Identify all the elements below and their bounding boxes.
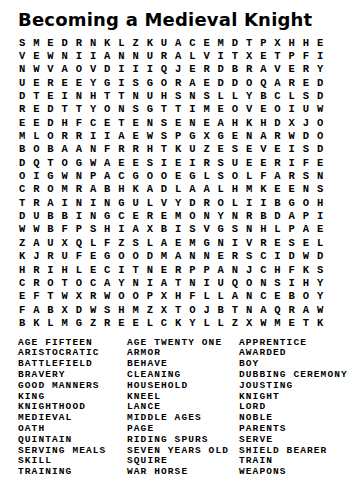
grid-cell[interactable]: A xyxy=(185,76,199,89)
grid-cell[interactable]: F xyxy=(256,169,270,182)
grid-cell[interactable]: H xyxy=(299,276,313,289)
grid-cell[interactable]: H xyxy=(157,89,171,102)
grid-cell[interactable]: C xyxy=(256,290,270,303)
grid-cell[interactable]: M xyxy=(157,250,171,263)
grid-cell[interactable]: C xyxy=(185,36,199,49)
grid-cell[interactable]: H xyxy=(228,183,242,196)
grid-cell[interactable]: L xyxy=(214,89,228,102)
grid-cell[interactable]: R xyxy=(43,76,57,89)
grid-cell[interactable]: E xyxy=(199,116,213,129)
grid-cell[interactable]: A xyxy=(157,236,171,249)
grid-cell[interactable]: T xyxy=(29,89,43,102)
grid-cell[interactable]: D xyxy=(100,63,114,76)
grid-cell[interactable]: I xyxy=(43,263,57,276)
grid-cell[interactable]: E xyxy=(242,156,256,169)
grid-cell[interactable]: V xyxy=(270,63,284,76)
grid-cell[interactable]: N xyxy=(242,129,256,142)
grid-cell[interactable]: U xyxy=(214,276,228,289)
grid-cell[interactable]: R xyxy=(270,156,284,169)
grid-cell[interactable]: L xyxy=(285,89,299,102)
grid-cell[interactable]: B xyxy=(285,290,299,303)
grid-cell[interactable]: O xyxy=(43,129,57,142)
grid-cell[interactable]: F xyxy=(29,290,43,303)
grid-cell[interactable]: T xyxy=(58,103,72,116)
grid-cell[interactable]: I xyxy=(129,63,143,76)
grid-cell[interactable]: S xyxy=(299,143,313,156)
grid-cell[interactable]: A xyxy=(100,49,114,62)
grid-cell[interactable]: I xyxy=(86,196,100,209)
grid-cell[interactable]: U xyxy=(157,36,171,49)
grid-cell[interactable]: A xyxy=(86,183,100,196)
grid-cell[interactable]: R xyxy=(114,143,128,156)
grid-cell[interactable]: R xyxy=(58,129,72,142)
grid-cell[interactable]: A xyxy=(171,250,185,263)
grid-cell[interactable]: E xyxy=(15,290,29,303)
grid-cell[interactable]: S xyxy=(129,236,143,249)
grid-cell[interactable]: E xyxy=(214,143,228,156)
grid-cell[interactable]: Y xyxy=(114,276,128,289)
grid-cell[interactable]: T xyxy=(43,156,57,169)
grid-cell[interactable]: S xyxy=(299,169,313,182)
grid-cell[interactable]: H xyxy=(143,143,157,156)
grid-cell[interactable]: X xyxy=(285,116,299,129)
grid-cell[interactable]: H xyxy=(15,263,29,276)
grid-cell[interactable]: L xyxy=(214,183,228,196)
grid-cell[interactable]: K xyxy=(143,36,157,49)
grid-cell[interactable]: I xyxy=(242,196,256,209)
grid-cell[interactable]: L xyxy=(199,316,213,329)
grid-cell[interactable]: T xyxy=(270,49,284,62)
grid-cell[interactable]: O xyxy=(313,116,327,129)
grid-cell[interactable]: C xyxy=(256,250,270,263)
grid-cell[interactable]: E xyxy=(29,49,43,62)
grid-cell[interactable]: O xyxy=(157,169,171,182)
grid-cell[interactable]: R xyxy=(285,76,299,89)
grid-cell[interactable]: G xyxy=(100,76,114,89)
grid-cell[interactable]: U xyxy=(143,89,157,102)
grid-cell[interactable]: H xyxy=(228,116,242,129)
grid-cell[interactable]: I xyxy=(72,209,86,222)
grid-cell[interactable]: G xyxy=(143,76,157,89)
grid-cell[interactable]: U xyxy=(29,209,43,222)
grid-cell[interactable]: R xyxy=(228,250,242,263)
grid-cell[interactable]: G xyxy=(114,196,128,209)
grid-cell[interactable]: B xyxy=(43,303,57,316)
grid-cell[interactable]: E xyxy=(43,89,57,102)
grid-cell[interactable]: L xyxy=(43,316,57,329)
grid-cell[interactable]: G xyxy=(185,129,199,142)
grid-cell[interactable]: X xyxy=(157,303,171,316)
grid-cell[interactable]: Y xyxy=(171,196,185,209)
grid-cell[interactable]: R xyxy=(143,209,157,222)
grid-cell[interactable]: A xyxy=(100,276,114,289)
grid-cell[interactable]: Y xyxy=(214,209,228,222)
grid-cell[interactable]: H xyxy=(256,223,270,236)
grid-cell[interactable]: T xyxy=(100,89,114,102)
grid-cell[interactable]: W xyxy=(256,316,270,329)
grid-cell[interactable]: R xyxy=(15,103,29,116)
grid-cell[interactable]: I xyxy=(29,169,43,182)
grid-cell[interactable]: D xyxy=(15,209,29,222)
grid-cell[interactable]: A xyxy=(100,156,114,169)
grid-cell[interactable]: O xyxy=(157,76,171,89)
grid-cell[interactable]: I xyxy=(185,103,199,116)
grid-cell[interactable]: J xyxy=(242,263,256,276)
grid-cell[interactable]: O xyxy=(29,143,43,156)
grid-cell[interactable]: L xyxy=(313,236,327,249)
grid-cell[interactable]: N xyxy=(72,169,86,182)
grid-cell[interactable]: V xyxy=(242,236,256,249)
grid-cell[interactable]: G xyxy=(214,223,228,236)
grid-cell[interactable]: S xyxy=(171,89,185,102)
grid-cell[interactable]: E xyxy=(242,143,256,156)
grid-cell[interactable]: E xyxy=(299,76,313,89)
grid-cell[interactable]: Y xyxy=(86,103,100,116)
grid-cell[interactable]: Y xyxy=(313,276,327,289)
grid-cell[interactable]: O xyxy=(270,103,284,116)
grid-cell[interactable]: A xyxy=(171,36,185,49)
grid-cell[interactable]: A xyxy=(29,303,43,316)
grid-cell[interactable]: D xyxy=(285,250,299,263)
grid-cell[interactable]: I xyxy=(114,63,128,76)
grid-cell[interactable]: X xyxy=(58,236,72,249)
grid-cell[interactable]: N xyxy=(114,49,128,62)
grid-cell[interactable]: L xyxy=(214,316,228,329)
grid-cell[interactable]: O xyxy=(58,156,72,169)
grid-cell[interactable]: Z xyxy=(228,316,242,329)
grid-cell[interactable]: F xyxy=(285,263,299,276)
grid-cell[interactable]: A xyxy=(29,236,43,249)
grid-cell[interactable]: I xyxy=(185,156,199,169)
grid-cell[interactable]: O xyxy=(129,290,143,303)
grid-cell[interactable]: Q xyxy=(29,156,43,169)
grid-cell[interactable]: I xyxy=(270,250,284,263)
grid-cell[interactable]: M xyxy=(199,103,213,116)
grid-cell[interactable]: E xyxy=(114,316,128,329)
grid-cell[interactable]: L xyxy=(199,169,213,182)
grid-cell[interactable]: E xyxy=(157,209,171,222)
grid-cell[interactable]: I xyxy=(313,209,327,222)
grid-cell[interactable]: E xyxy=(299,236,313,249)
grid-cell[interactable]: O xyxy=(242,76,256,89)
grid-cell[interactable]: J xyxy=(29,250,43,263)
grid-cell[interactable]: W xyxy=(86,303,100,316)
grid-cell[interactable]: G xyxy=(43,169,57,182)
grid-cell[interactable]: N xyxy=(129,276,143,289)
grid-cell[interactable]: F xyxy=(299,156,313,169)
grid-cell[interactable]: A xyxy=(171,49,185,62)
grid-cell[interactable]: S xyxy=(86,223,100,236)
grid-cell[interactable]: R xyxy=(242,209,256,222)
grid-cell[interactable]: T xyxy=(171,276,185,289)
grid-cell[interactable]: E xyxy=(256,103,270,116)
grid-cell[interactable]: E xyxy=(171,116,185,129)
grid-cell[interactable]: E xyxy=(86,250,100,263)
grid-cell[interactable]: S xyxy=(214,169,228,182)
grid-cell[interactable]: R xyxy=(100,316,114,329)
grid-cell[interactable]: D xyxy=(313,143,327,156)
grid-cell[interactable]: K xyxy=(171,316,185,329)
grid-cell[interactable]: A xyxy=(270,169,284,182)
grid-cell[interactable]: N xyxy=(299,183,313,196)
grid-cell[interactable]: N xyxy=(228,209,242,222)
grid-cell[interactable]: N xyxy=(242,303,256,316)
grid-cell[interactable]: B xyxy=(15,143,29,156)
grid-cell[interactable]: P xyxy=(143,290,157,303)
grid-cell[interactable]: A xyxy=(43,196,57,209)
grid-cell[interactable]: X xyxy=(72,290,86,303)
grid-cell[interactable]: E xyxy=(285,183,299,196)
grid-cell[interactable]: I xyxy=(114,76,128,89)
grid-cell[interactable]: K xyxy=(129,183,143,196)
grid-cell[interactable]: E xyxy=(43,36,57,49)
grid-cell[interactable]: L xyxy=(228,196,242,209)
grid-cell[interactable]: E xyxy=(228,129,242,142)
grid-cell[interactable]: C xyxy=(86,276,100,289)
grid-cell[interactable]: S xyxy=(270,276,284,289)
grid-cell[interactable]: D xyxy=(313,89,327,102)
grid-cell[interactable]: G xyxy=(72,316,86,329)
grid-cell[interactable]: S xyxy=(129,103,143,116)
grid-cell[interactable]: D xyxy=(43,116,57,129)
grid-cell[interactable]: F xyxy=(15,303,29,316)
grid-cell[interactable]: R xyxy=(29,183,43,196)
grid-cell[interactable]: A xyxy=(185,183,199,196)
grid-cell[interactable]: O xyxy=(72,276,86,289)
grid-cell[interactable]: E xyxy=(313,156,327,169)
grid-cell[interactable]: W xyxy=(29,63,43,76)
grid-cell[interactable]: M xyxy=(15,129,29,142)
grid-cell[interactable]: A xyxy=(299,223,313,236)
grid-cell[interactable]: R xyxy=(171,263,185,276)
grid-cell[interactable]: O xyxy=(72,63,86,76)
grid-cell[interactable]: S xyxy=(157,116,171,129)
grid-cell[interactable]: Z xyxy=(143,303,157,316)
grid-cell[interactable]: H xyxy=(86,89,100,102)
grid-cell[interactable]: I xyxy=(114,263,128,276)
grid-cell[interactable]: M xyxy=(242,183,256,196)
grid-cell[interactable]: I xyxy=(114,223,128,236)
grid-cell[interactable]: M xyxy=(129,303,143,316)
grid-cell[interactable]: S xyxy=(214,156,228,169)
grid-cell[interactable]: B xyxy=(270,196,284,209)
grid-cell[interactable]: E xyxy=(199,76,213,89)
grid-cell[interactable]: V xyxy=(43,63,57,76)
grid-cell[interactable]: R xyxy=(86,290,100,303)
grid-cell[interactable]: B xyxy=(43,223,57,236)
grid-cell[interactable]: S xyxy=(228,143,242,156)
grid-cell[interactable]: A xyxy=(256,303,270,316)
grid-cell[interactable]: S xyxy=(15,36,29,49)
grid-cell[interactable]: N xyxy=(185,116,199,129)
grid-cell[interactable]: E xyxy=(285,316,299,329)
grid-cell[interactable]: U xyxy=(58,250,72,263)
grid-cell[interactable]: T xyxy=(114,89,128,102)
grid-cell[interactable]: R xyxy=(29,276,43,289)
grid-cell[interactable]: D xyxy=(15,156,29,169)
grid-cell[interactable]: D xyxy=(228,76,242,89)
grid-cell[interactable]: P xyxy=(285,223,299,236)
grid-cell[interactable]: T xyxy=(157,103,171,116)
grid-cell[interactable]: I xyxy=(58,89,72,102)
grid-cell[interactable]: G xyxy=(199,236,213,249)
grid-cell[interactable]: L xyxy=(29,129,43,142)
grid-cell[interactable]: W xyxy=(143,129,157,142)
grid-cell[interactable]: A xyxy=(129,223,143,236)
grid-cell[interactable]: E xyxy=(171,169,185,182)
grid-cell[interactable]: U xyxy=(143,49,157,62)
grid-cell[interactable]: I xyxy=(143,276,157,289)
grid-cell[interactable]: T xyxy=(43,290,57,303)
grid-cell[interactable]: A xyxy=(285,209,299,222)
grid-cell[interactable]: Z xyxy=(114,236,128,249)
grid-cell[interactable]: D xyxy=(313,250,327,263)
grid-cell[interactable]: N xyxy=(185,276,199,289)
grid-cell[interactable]: V xyxy=(199,49,213,62)
grid-cell[interactable]: R xyxy=(299,63,313,76)
grid-cell[interactable]: C xyxy=(270,89,284,102)
grid-cell[interactable]: E xyxy=(313,223,327,236)
grid-cell[interactable]: C xyxy=(15,183,29,196)
grid-cell[interactable]: R xyxy=(29,196,43,209)
grid-cell[interactable]: N xyxy=(199,209,213,222)
grid-cell[interactable]: A xyxy=(228,290,242,303)
grid-cell[interactable]: R xyxy=(242,63,256,76)
grid-cell[interactable]: K xyxy=(256,183,270,196)
grid-cell[interactable]: T xyxy=(58,276,72,289)
grid-cell[interactable]: O xyxy=(15,169,29,182)
grid-cell[interactable]: Y xyxy=(313,290,327,303)
grid-cell[interactable]: O xyxy=(114,250,128,263)
grid-cell[interactable]: Y xyxy=(313,63,327,76)
grid-cell[interactable]: C xyxy=(256,263,270,276)
grid-cell[interactable]: D xyxy=(58,36,72,49)
grid-cell[interactable]: G xyxy=(285,196,299,209)
grid-cell[interactable]: N xyxy=(114,103,128,116)
grid-cell[interactable]: X xyxy=(199,129,213,142)
grid-cell[interactable]: P xyxy=(171,129,185,142)
grid-cell[interactable]: S xyxy=(199,89,213,102)
grid-cell[interactable]: J xyxy=(299,116,313,129)
grid-cell[interactable]: K xyxy=(313,316,327,329)
grid-cell[interactable]: C xyxy=(114,209,128,222)
grid-cell[interactable]: R xyxy=(199,63,213,76)
grid-cell[interactable]: P xyxy=(185,263,199,276)
grid-cell[interactable]: Q xyxy=(72,236,86,249)
grid-cell[interactable]: E xyxy=(29,103,43,116)
grid-cell[interactable]: L xyxy=(242,169,256,182)
grid-cell[interactable]: B xyxy=(214,303,228,316)
grid-cell[interactable]: X xyxy=(143,223,157,236)
grid-cell[interactable]: I xyxy=(143,63,157,76)
grid-cell[interactable]: N xyxy=(72,196,86,209)
grid-cell[interactable]: U xyxy=(43,236,57,249)
grid-cell[interactable]: P xyxy=(299,209,313,222)
grid-cell[interactable]: E xyxy=(171,156,185,169)
grid-cell[interactable]: E xyxy=(270,290,284,303)
grid-cell[interactable]: Y xyxy=(86,76,100,89)
grid-cell[interactable]: H xyxy=(58,263,72,276)
grid-cell[interactable]: L xyxy=(228,89,242,102)
grid-cell[interactable]: V xyxy=(242,103,256,116)
grid-cell[interactable]: R xyxy=(29,263,43,276)
grid-cell[interactable]: L xyxy=(143,316,157,329)
grid-cell[interactable]: W xyxy=(313,103,327,116)
grid-cell[interactable]: W xyxy=(58,290,72,303)
grid-cell[interactable]: E xyxy=(29,76,43,89)
grid-cell[interactable]: D xyxy=(270,209,284,222)
grid-cell[interactable]: I xyxy=(157,156,171,169)
grid-cell[interactable]: R xyxy=(43,250,57,263)
grid-cell[interactable]: A xyxy=(58,63,72,76)
grid-cell[interactable]: H xyxy=(270,263,284,276)
grid-cell[interactable]: N xyxy=(242,290,256,303)
grid-cell[interactable]: B xyxy=(15,316,29,329)
grid-cell[interactable]: X xyxy=(270,36,284,49)
grid-cell[interactable]: R xyxy=(171,76,185,89)
grid-cell[interactable]: N xyxy=(15,63,29,76)
grid-cell[interactable]: I xyxy=(313,49,327,62)
grid-cell[interactable]: S xyxy=(157,129,171,142)
grid-cell[interactable]: G xyxy=(129,169,143,182)
grid-cell[interactable]: E xyxy=(15,116,29,129)
grid-cell[interactable]: H xyxy=(100,223,114,236)
grid-cell[interactable]: L xyxy=(185,49,199,62)
grid-cell[interactable]: H xyxy=(256,116,270,129)
grid-cell[interactable]: M xyxy=(29,36,43,49)
grid-cell[interactable]: N xyxy=(129,49,143,62)
grid-cell[interactable]: O xyxy=(313,129,327,142)
grid-cell[interactable]: R xyxy=(72,36,86,49)
grid-cell[interactable]: O xyxy=(185,303,199,316)
grid-cell[interactable]: O xyxy=(143,169,157,182)
grid-cell[interactable]: I xyxy=(228,236,242,249)
grid-cell[interactable]: W xyxy=(299,250,313,263)
grid-cell[interactable]: N xyxy=(100,196,114,209)
grid-cell[interactable]: E xyxy=(129,156,143,169)
grid-cell[interactable]: A xyxy=(72,143,86,156)
grid-cell[interactable]: P xyxy=(72,223,86,236)
grid-cell[interactable]: H xyxy=(114,303,128,316)
grid-cell[interactable]: H xyxy=(171,290,185,303)
grid-cell[interactable]: I xyxy=(171,223,185,236)
grid-cell[interactable]: T xyxy=(114,116,128,129)
grid-cell[interactable]: E xyxy=(171,236,185,249)
grid-cell[interactable]: O xyxy=(299,290,313,303)
grid-cell[interactable]: O xyxy=(228,169,242,182)
grid-cell[interactable]: C xyxy=(86,116,100,129)
grid-cell[interactable]: W xyxy=(313,303,327,316)
grid-cell[interactable]: S xyxy=(299,89,313,102)
grid-cell[interactable]: B xyxy=(58,209,72,222)
grid-cell[interactable]: P xyxy=(199,263,213,276)
grid-cell[interactable]: N xyxy=(242,223,256,236)
grid-cell[interactable]: N xyxy=(86,143,100,156)
grid-cell[interactable]: X xyxy=(242,316,256,329)
grid-cell[interactable]: C xyxy=(157,316,171,329)
grid-cell[interactable]: F xyxy=(72,116,86,129)
grid-cell[interactable]: B xyxy=(43,143,57,156)
grid-cell[interactable]: G xyxy=(143,103,157,116)
grid-cell[interactable]: O xyxy=(43,183,57,196)
grid-cell[interactable]: A xyxy=(214,116,228,129)
grid-cell[interactable]: K xyxy=(299,263,313,276)
grid-cell[interactable]: U xyxy=(185,143,199,156)
grid-cell[interactable]: I xyxy=(256,196,270,209)
grid-cell[interactable]: S xyxy=(129,76,143,89)
grid-cell[interactable]: O xyxy=(185,209,199,222)
grid-cell[interactable]: S xyxy=(100,303,114,316)
